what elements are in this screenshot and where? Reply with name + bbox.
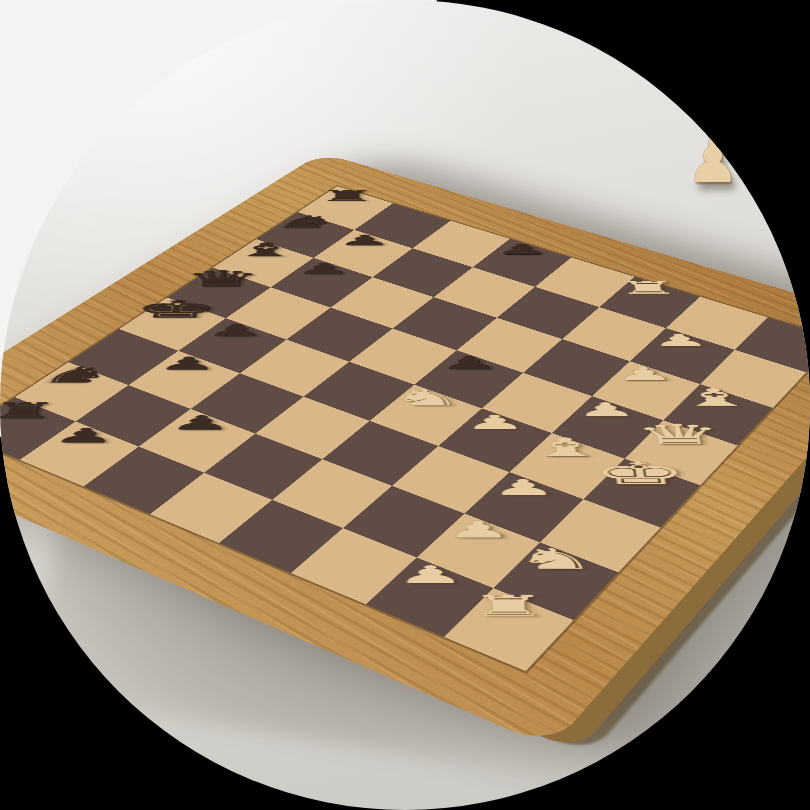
piece-white-knight[interactable]: ♞ [491,540,620,580]
piece-black-pawn[interactable]: ♟ [22,420,144,453]
piece-white-king[interactable]: ♚ [578,457,701,492]
piece-white-rook[interactable]: ♜ [594,275,701,301]
piece-black-pawn[interactable]: ♟ [414,349,523,379]
piece-white-bishop[interactable]: ♝ [656,383,774,414]
piece-white-pawn[interactable]: ♟ [624,327,736,356]
piece-black-rook[interactable]: ♜ [298,185,393,207]
piece-black-pawn[interactable]: ♟ [271,257,373,283]
piece-black-knight[interactable]: ♞ [17,361,134,391]
piece-black-pawn[interactable]: ♟ [140,407,258,440]
piece-black-pawn[interactable]: ♟ [130,349,243,379]
captured-white-pawn-icon: ♟ [668,118,758,208]
piece-black-pawn[interactable]: ♟ [471,238,572,263]
chess-3d-scene: ♜♞♝♟♛♟♟♚♟♜♞♟♜♟♟♟♟♞♟♟♟♝♝♛♟♚♟♟♞♜ ♟ [0,0,810,810]
piece-black-pawn[interactable]: ♟ [314,229,413,253]
piece-black-queen[interactable]: ♛ [168,266,273,292]
piece-white-queen[interactable]: ♛ [618,419,739,452]
piece-white-rook[interactable]: ♜ [443,586,575,628]
piece-white-pawn[interactable]: ♟ [463,470,585,506]
circular-viewport: ♜♞♝♟♛♟♟♚♟♜♞♟♜♟♟♟♟♞♟♟♟♝♝♛♟♚♟♟♞♜ ♟ [0,0,810,810]
piece-black-pawn[interactable]: ♟ [179,317,288,345]
